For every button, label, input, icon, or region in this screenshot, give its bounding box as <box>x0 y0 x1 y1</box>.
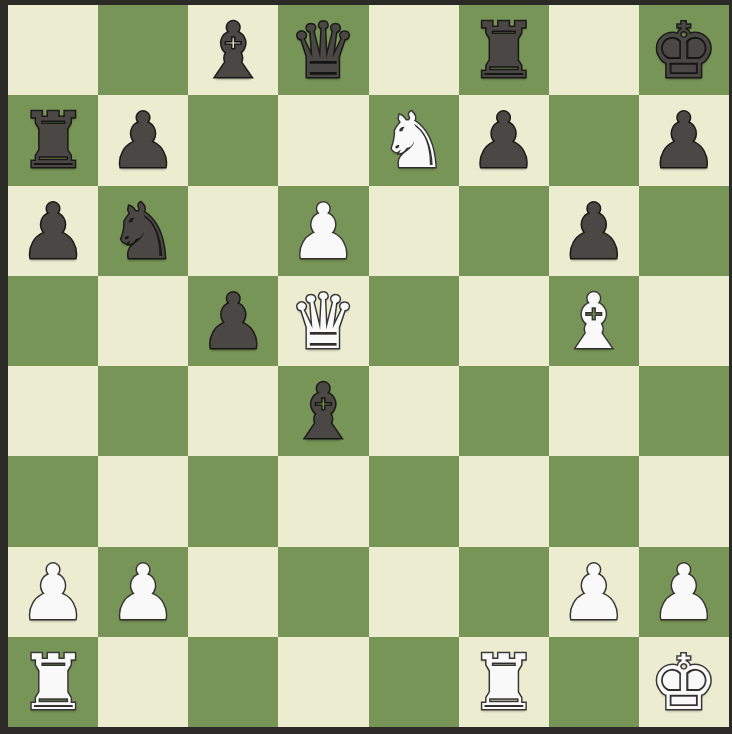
square-f2[interactable] <box>459 547 549 637</box>
white-pawn-piece[interactable]: ♟ <box>650 555 718 631</box>
square-f3[interactable] <box>459 456 549 546</box>
square-e1[interactable] <box>369 637 459 727</box>
square-h5[interactable] <box>639 276 729 366</box>
white-pawn-piece[interactable]: ♟ <box>19 555 87 631</box>
black-rook-piece[interactable]: ♜ <box>19 103 87 179</box>
square-e6[interactable] <box>369 186 459 276</box>
square-f5[interactable] <box>459 276 549 366</box>
white-pawn-piece[interactable]: ♟ <box>109 555 177 631</box>
black-pawn-piece[interactable]: ♟ <box>560 194 628 270</box>
square-d3[interactable] <box>278 456 368 546</box>
white-pawn-piece[interactable]: ♟ <box>289 194 357 270</box>
square-h2[interactable]: ♟ <box>639 547 729 637</box>
square-g6[interactable]: ♟ <box>549 186 639 276</box>
square-g3[interactable] <box>549 456 639 546</box>
square-c4[interactable] <box>188 366 278 456</box>
square-a2[interactable]: ♟ <box>8 547 98 637</box>
black-queen-piece[interactable]: ♛ <box>289 13 357 89</box>
square-g5[interactable]: ♝ <box>549 276 639 366</box>
black-pawn-piece[interactable]: ♟ <box>19 194 87 270</box>
chess-board: ♝♛♜♚♜♟♞♟♟♟♞♟♟♟♛♝♝♟♟♟♟♜♜♚ <box>8 5 729 727</box>
white-pawn-piece[interactable]: ♟ <box>560 555 628 631</box>
square-a1[interactable]: ♜ <box>8 637 98 727</box>
square-b1[interactable] <box>98 637 188 727</box>
square-g1[interactable] <box>549 637 639 727</box>
square-b8[interactable] <box>98 5 188 95</box>
square-h4[interactable] <box>639 366 729 456</box>
square-c2[interactable] <box>188 547 278 637</box>
white-bishop-piece[interactable]: ♝ <box>560 284 628 360</box>
square-e5[interactable] <box>369 276 459 366</box>
square-b3[interactable] <box>98 456 188 546</box>
square-c5[interactable]: ♟ <box>188 276 278 366</box>
white-rook-piece[interactable]: ♜ <box>19 645 87 721</box>
black-bishop-piece[interactable]: ♝ <box>289 374 357 450</box>
square-f7[interactable]: ♟ <box>459 95 549 185</box>
square-e2[interactable] <box>369 547 459 637</box>
square-e4[interactable] <box>369 366 459 456</box>
square-c1[interactable] <box>188 637 278 727</box>
square-f1[interactable]: ♜ <box>459 637 549 727</box>
square-d2[interactable] <box>278 547 368 637</box>
white-knight-piece[interactable]: ♞ <box>379 103 447 179</box>
black-rook-piece[interactable]: ♜ <box>470 13 538 89</box>
square-b2[interactable]: ♟ <box>98 547 188 637</box>
square-b7[interactable]: ♟ <box>98 95 188 185</box>
square-d8[interactable]: ♛ <box>278 5 368 95</box>
square-c3[interactable] <box>188 456 278 546</box>
square-g4[interactable] <box>549 366 639 456</box>
square-e3[interactable] <box>369 456 459 546</box>
black-pawn-piece[interactable]: ♟ <box>650 103 718 179</box>
square-h6[interactable] <box>639 186 729 276</box>
square-a4[interactable] <box>8 366 98 456</box>
black-knight-piece[interactable]: ♞ <box>109 194 177 270</box>
square-d1[interactable] <box>278 637 368 727</box>
square-b5[interactable] <box>98 276 188 366</box>
square-g8[interactable] <box>549 5 639 95</box>
square-d4[interactable]: ♝ <box>278 366 368 456</box>
square-f6[interactable] <box>459 186 549 276</box>
board-frame: ♝♛♜♚♜♟♞♟♟♟♞♟♟♟♛♝♝♟♟♟♟♜♜♚ <box>0 0 732 734</box>
square-b6[interactable]: ♞ <box>98 186 188 276</box>
square-c6[interactable] <box>188 186 278 276</box>
square-c8[interactable]: ♝ <box>188 5 278 95</box>
square-a7[interactable]: ♜ <box>8 95 98 185</box>
square-h8[interactable]: ♚ <box>639 5 729 95</box>
white-queen-piece[interactable]: ♛ <box>289 284 357 360</box>
square-a3[interactable] <box>8 456 98 546</box>
square-e8[interactable] <box>369 5 459 95</box>
square-a8[interactable] <box>8 5 98 95</box>
square-f8[interactable]: ♜ <box>459 5 549 95</box>
square-a5[interactable] <box>8 276 98 366</box>
black-king-piece[interactable]: ♚ <box>650 13 718 89</box>
square-g2[interactable]: ♟ <box>549 547 639 637</box>
square-b4[interactable] <box>98 366 188 456</box>
square-h1[interactable]: ♚ <box>639 637 729 727</box>
square-f4[interactable] <box>459 366 549 456</box>
black-pawn-piece[interactable]: ♟ <box>109 103 177 179</box>
white-rook-piece[interactable]: ♜ <box>470 645 538 721</box>
black-bishop-piece[interactable]: ♝ <box>199 13 267 89</box>
square-h7[interactable]: ♟ <box>639 95 729 185</box>
square-e7[interactable]: ♞ <box>369 95 459 185</box>
white-king-piece[interactable]: ♚ <box>650 645 718 721</box>
square-d5[interactable]: ♛ <box>278 276 368 366</box>
square-g7[interactable] <box>549 95 639 185</box>
square-d7[interactable] <box>278 95 368 185</box>
square-h3[interactable] <box>639 456 729 546</box>
square-d6[interactable]: ♟ <box>278 186 368 276</box>
black-pawn-piece[interactable]: ♟ <box>470 103 538 179</box>
square-a6[interactable]: ♟ <box>8 186 98 276</box>
black-pawn-piece[interactable]: ♟ <box>199 284 267 360</box>
square-c7[interactable] <box>188 95 278 185</box>
